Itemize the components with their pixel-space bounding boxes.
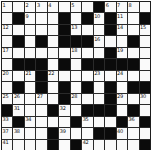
block-cell (82, 36, 92, 46)
block-cell (25, 59, 35, 69)
grid-cell[interactable]: 9 (25, 13, 35, 23)
clue-number: 8 (129, 2, 132, 8)
grid-cell[interactable]: 32 (59, 105, 69, 115)
grid-cell[interactable] (117, 36, 127, 46)
block-cell (82, 82, 92, 92)
grid-cell[interactable] (140, 71, 150, 81)
clue-number: 32 (60, 105, 66, 111)
clue-number: 27 (37, 93, 43, 99)
grid-cell[interactable] (36, 48, 46, 58)
block-cell (59, 36, 69, 46)
grid-cell[interactable] (2, 36, 12, 46)
grid-cell[interactable]: 27 (36, 94, 46, 104)
clue-number: 33 (3, 116, 9, 122)
grid-cell[interactable] (82, 94, 92, 104)
clue-number: 3 (37, 2, 40, 8)
grid-cell[interactable] (94, 117, 104, 127)
grid-cell[interactable] (105, 36, 115, 46)
clue-number: 34 (25, 116, 31, 122)
grid-cell[interactable] (94, 25, 104, 35)
clue-number: 42 (83, 139, 89, 145)
grid-cell[interactable]: 7 (117, 2, 127, 12)
grid-cell[interactable] (140, 2, 150, 12)
clue-number: 28 (71, 93, 77, 99)
clue-number: 31 (14, 105, 20, 111)
grid-cell[interactable]: 3 (36, 2, 46, 12)
block-cell (13, 13, 23, 23)
grid-cell[interactable] (140, 105, 150, 115)
block-cell (48, 140, 58, 150)
grid-cell[interactable] (2, 82, 12, 92)
clue-number: 37 (3, 128, 9, 134)
grid-cell[interactable] (117, 105, 127, 115)
clue-number: 23 (94, 70, 100, 76)
block-cell (105, 94, 115, 104)
clue-number: 10 (94, 13, 100, 19)
block-cell (128, 82, 138, 92)
grid-cell[interactable] (128, 71, 138, 81)
block-cell (105, 25, 115, 35)
block-cell (59, 25, 69, 35)
grid-cell[interactable] (13, 2, 23, 12)
grid-cell[interactable] (59, 117, 69, 127)
grid-cell[interactable] (71, 82, 81, 92)
clue-number: 9 (25, 13, 28, 19)
clue-number: 11 (117, 13, 123, 19)
block-cell (94, 128, 104, 138)
clue-number: 1 (3, 2, 6, 8)
grid-cell[interactable] (2, 59, 12, 69)
grid-cell[interactable]: 14 (117, 25, 127, 35)
block-cell (36, 36, 46, 46)
grid-cell[interactable]: 11 (117, 13, 127, 23)
block-cell (36, 71, 46, 81)
grid-cell[interactable]: 17 (2, 48, 12, 58)
grid-cell[interactable] (94, 48, 104, 58)
block-cell (71, 140, 81, 150)
block-cell (59, 13, 69, 23)
clue-number: 2 (25, 2, 28, 8)
grid-cell[interactable]: 5 (71, 2, 81, 12)
grid-cell[interactable] (25, 94, 35, 104)
block-cell (36, 59, 46, 69)
grid-cell[interactable] (36, 13, 46, 23)
clue-number: 7 (117, 2, 120, 8)
grid-cell[interactable]: 29 (117, 94, 127, 104)
crossword-grid: 1234567891011121314151617181920212223242… (1, 1, 151, 150)
grid-cell[interactable] (140, 128, 150, 138)
grid-cell[interactable] (59, 2, 69, 12)
grid-cell[interactable] (48, 48, 58, 58)
block-cell (13, 59, 23, 69)
clue-number: 16 (94, 36, 100, 42)
grid-cell[interactable] (48, 36, 58, 46)
grid-cell[interactable] (59, 48, 69, 58)
grid-cell[interactable]: 18 (71, 48, 81, 58)
grid-cell[interactable]: 28 (71, 94, 81, 104)
grid-cell[interactable]: 13 (71, 25, 81, 35)
block-cell (71, 36, 81, 46)
grid-cell[interactable] (48, 13, 58, 23)
block-cell (105, 59, 115, 69)
grid-cell[interactable] (128, 13, 138, 23)
block-cell (140, 117, 150, 127)
clue-number: 40 (117, 128, 123, 134)
clue-number: 21 (25, 70, 31, 76)
grid-cell[interactable] (36, 140, 46, 150)
grid-cell[interactable] (2, 13, 12, 23)
grid-cell[interactable] (82, 25, 92, 35)
crossword-page: 1234567891011121314151617181920212223242… (0, 0, 150, 150)
grid-cell[interactable] (13, 48, 23, 58)
grid-cell[interactable]: 31 (13, 105, 23, 115)
grid-cell[interactable]: 41 (2, 140, 12, 150)
grid-cell[interactable] (13, 140, 23, 150)
grid-cell[interactable] (59, 140, 69, 150)
grid-cell[interactable]: 26 (13, 94, 23, 104)
grid-cell[interactable] (48, 82, 58, 92)
grid-cell[interactable] (128, 128, 138, 138)
grid-cell[interactable]: 38 (13, 128, 23, 138)
block-cell (13, 82, 23, 92)
grid-cell[interactable] (71, 13, 81, 23)
grid-cell[interactable] (25, 25, 35, 35)
grid-cell[interactable] (128, 25, 138, 35)
grid-cell[interactable]: 25 (2, 94, 12, 104)
grid-cell[interactable]: 15 (140, 25, 150, 35)
grid-cell[interactable]: 4 (48, 2, 58, 12)
grid-cell[interactable]: 22 (48, 71, 58, 81)
grid-cell[interactable] (48, 94, 58, 104)
clue-number: 5 (71, 2, 74, 8)
grid-cell[interactable] (25, 48, 35, 58)
block-cell (94, 105, 104, 115)
grid-cell[interactable]: 35 (82, 117, 92, 127)
clue-number: 12 (3, 24, 9, 30)
clue-number: 18 (71, 47, 77, 53)
grid-cell[interactable] (25, 128, 35, 138)
grid-cell[interactable] (25, 36, 35, 46)
grid-cell[interactable] (82, 71, 92, 81)
grid-cell[interactable]: 23 (94, 71, 104, 81)
block-cell (94, 59, 104, 69)
grid-cell[interactable] (105, 71, 115, 81)
grid-cell[interactable] (94, 94, 104, 104)
grid-cell[interactable] (105, 140, 115, 150)
block-cell (140, 82, 150, 92)
grid-cell[interactable]: 6 (105, 2, 115, 12)
grid-cell[interactable]: 37 (2, 128, 12, 138)
block-cell (2, 105, 12, 115)
grid-cell[interactable] (71, 128, 81, 138)
block-cell (36, 82, 46, 92)
block-cell (59, 82, 69, 92)
block-cell (71, 117, 81, 127)
grid-cell[interactable] (71, 105, 81, 115)
grid-cell[interactable] (94, 140, 104, 150)
block-cell (140, 140, 150, 150)
grid-cell[interactable] (36, 117, 46, 127)
grid-cell[interactable] (105, 117, 115, 127)
grid-cell[interactable]: 39 (59, 128, 69, 138)
clue-number: 22 (48, 70, 54, 76)
grid-cell[interactable]: 2 (25, 2, 35, 12)
grid-cell[interactable] (117, 140, 127, 150)
grid-cell[interactable] (25, 105, 35, 115)
clue-number: 36 (129, 116, 135, 122)
grid-cell[interactable]: 33 (2, 117, 12, 127)
clue-number: 19 (117, 47, 123, 53)
clue-number: 26 (14, 93, 20, 99)
grid-cell[interactable] (59, 71, 69, 81)
block-cell (105, 128, 115, 138)
block-cell (82, 105, 92, 115)
grid-cell[interactable] (140, 36, 150, 46)
grid-cell[interactable]: 10 (94, 13, 104, 23)
clue-number: 14 (117, 24, 123, 30)
grid-cell[interactable] (140, 59, 150, 69)
clue-number: 13 (71, 24, 77, 30)
grid-cell[interactable] (13, 25, 23, 35)
grid-cell[interactable] (48, 25, 58, 35)
grid-cell[interactable] (48, 117, 58, 127)
grid-cell[interactable] (71, 59, 81, 69)
grid-cell[interactable] (82, 128, 92, 138)
clue-number: 20 (3, 70, 9, 76)
grid-cell[interactable] (128, 94, 138, 104)
grid-cell[interactable]: 30 (140, 94, 150, 104)
block-cell (82, 13, 92, 23)
grid-cell[interactable] (36, 105, 46, 115)
block-cell (117, 59, 127, 69)
grid-cell[interactable] (140, 48, 150, 58)
grid-cell[interactable]: 16 (94, 36, 104, 46)
block-cell (94, 2, 104, 12)
block-cell (105, 48, 115, 58)
clue-number: 39 (60, 128, 66, 134)
block-cell (82, 59, 92, 69)
clue-number: 17 (3, 47, 9, 53)
grid-cell[interactable] (82, 2, 92, 12)
clue-number: 6 (106, 2, 109, 8)
block-cell (140, 13, 150, 23)
block-cell (117, 117, 127, 127)
grid-cell[interactable] (25, 140, 35, 150)
grid-cell[interactable] (48, 59, 58, 69)
block-cell (13, 117, 23, 127)
block-cell (105, 13, 115, 23)
grid-cell[interactable] (128, 48, 138, 58)
clue-number: 24 (117, 70, 123, 76)
grid-cell[interactable] (36, 25, 46, 35)
grid-cell[interactable]: 8 (128, 2, 138, 12)
clue-number: 41 (3, 139, 9, 145)
clue-number: 4 (48, 2, 51, 8)
grid-cell[interactable]: 1 (2, 2, 12, 12)
block-cell (105, 82, 115, 92)
block-cell (59, 59, 69, 69)
grid-cell[interactable] (128, 140, 138, 150)
clue-number: 15 (140, 24, 146, 30)
grid-cell[interactable]: 12 (2, 25, 12, 35)
grid-cell[interactable] (13, 71, 23, 81)
grid-cell[interactable]: 21 (25, 71, 35, 81)
grid-cell[interactable]: 19 (117, 48, 127, 58)
clue-number: 38 (14, 128, 20, 134)
clue-number: 35 (83, 116, 89, 122)
block-cell (48, 128, 58, 138)
block-cell (128, 36, 138, 46)
grid-cell[interactable]: 20 (2, 71, 12, 81)
grid-cell[interactable] (82, 48, 92, 58)
block-cell (128, 59, 138, 69)
block-cell (59, 94, 69, 104)
grid-cell[interactable] (117, 82, 127, 92)
block-cell (48, 105, 58, 115)
clue-number: 29 (117, 93, 123, 99)
grid-cell[interactable]: 40 (117, 128, 127, 138)
grid-cell[interactable] (94, 82, 104, 92)
block-cell (13, 36, 23, 46)
block-cell (128, 105, 138, 115)
clue-number: 30 (140, 93, 146, 99)
grid-cell[interactable] (71, 71, 81, 81)
grid-cell[interactable]: 42 (82, 140, 92, 150)
grid-cell[interactable]: 34 (25, 117, 35, 127)
grid-cell[interactable] (25, 82, 35, 92)
block-cell (105, 105, 115, 115)
grid-cell[interactable] (36, 128, 46, 138)
grid-cell[interactable]: 24 (117, 71, 127, 81)
clue-number: 25 (3, 93, 9, 99)
grid-cell[interactable]: 36 (128, 117, 138, 127)
